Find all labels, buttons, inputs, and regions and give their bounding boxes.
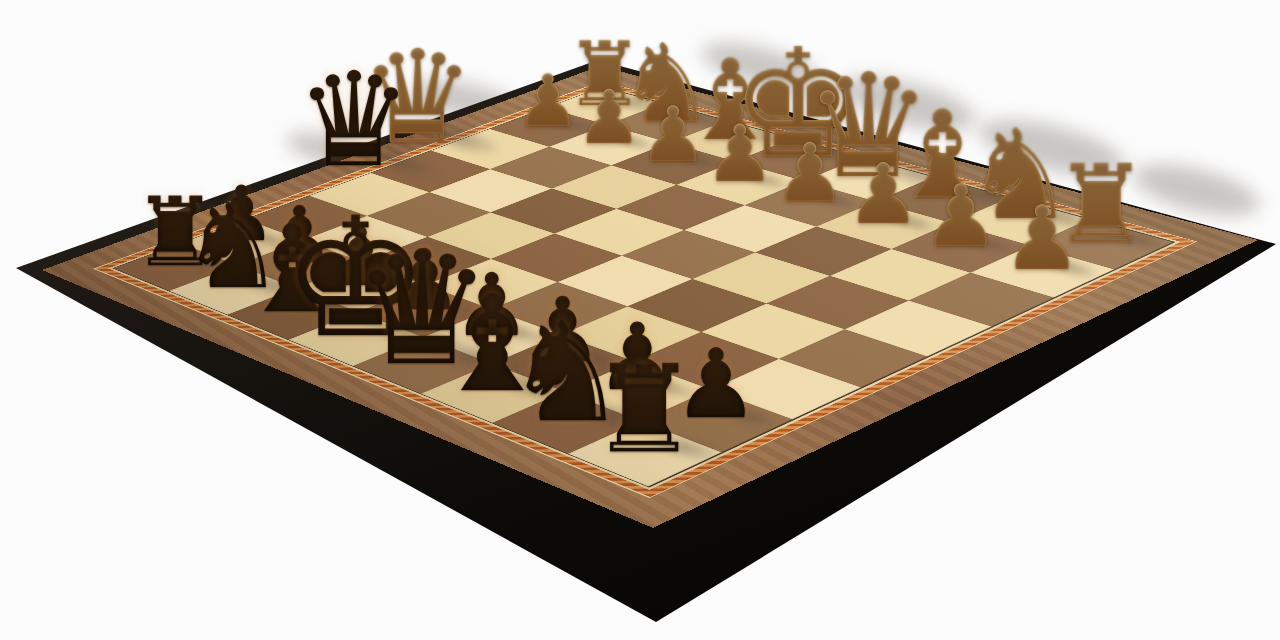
white-pawn-glyph: ♟ <box>922 173 999 259</box>
piece-white-pawn-f2[interactable]: ♟ <box>639 98 708 174</box>
white-pawn-glyph: ♟ <box>576 81 643 155</box>
piece-white-pawn-h2[interactable]: ♟ <box>516 65 581 137</box>
piece-white-pawn-e2[interactable]: ♟ <box>705 115 776 194</box>
piece-white-pawn-d2[interactable]: ♟ <box>774 134 847 215</box>
black-rook-glyph: ♜ <box>590 349 699 470</box>
piece-white-pawn-a2[interactable]: ♟ <box>1002 195 1082 284</box>
black-queen-glyph: ♛ <box>296 55 413 185</box>
white-pawn-glyph: ♟ <box>639 98 708 174</box>
white-pawn-glyph: ♟ <box>705 115 776 194</box>
white-pawn-glyph: ♟ <box>846 153 921 236</box>
extra-queen-black[interactable]: ♛ <box>296 55 413 185</box>
piece-white-pawn-b2[interactable]: ♟ <box>922 173 999 259</box>
white-pawn-glyph: ♟ <box>774 134 847 215</box>
white-pawn-glyph: ♟ <box>516 65 581 137</box>
piece-black-rook-a8[interactable]: ♜ <box>590 349 699 470</box>
piece-white-pawn-c2[interactable]: ♟ <box>846 153 921 236</box>
product-photo-scene: ♜♞♝♛♚♝♞♜♟♟♟♟♟♟♟♟♟♟♟♟♟♟♟♟♜♞♝♛♚♝♞♜♛♛ <box>0 0 1280 640</box>
pieces-layer: ♜♞♝♛♚♝♞♜♟♟♟♟♟♟♟♟♟♟♟♟♟♟♟♟♜♞♝♛♚♝♞♜♛♛ <box>0 0 1280 640</box>
white-pawn-glyph: ♟ <box>1002 195 1082 284</box>
piece-white-pawn-g2[interactable]: ♟ <box>576 81 643 155</box>
